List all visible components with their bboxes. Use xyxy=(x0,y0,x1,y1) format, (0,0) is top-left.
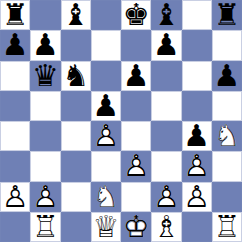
square-d5[interactable]: ♟ xyxy=(91,91,121,121)
square-c2[interactable] xyxy=(61,182,91,212)
square-h1[interactable]: ♜♖ xyxy=(212,212,242,242)
piece-white-queen: ♛♕ xyxy=(92,212,119,242)
piece-white-rook: ♜♖ xyxy=(213,212,240,242)
square-e8[interactable]: ♚ xyxy=(121,0,151,30)
piece-black-pawn: ♟ xyxy=(123,61,150,91)
piece-black-pawn: ♟ xyxy=(92,91,119,121)
square-d3[interactable] xyxy=(91,151,121,181)
square-a3[interactable] xyxy=(0,151,30,181)
piece-black-pawn: ♟ xyxy=(213,61,240,91)
square-e4[interactable] xyxy=(121,121,151,151)
square-f6[interactable] xyxy=(151,61,181,91)
square-b2[interactable]: ♟♙ xyxy=(30,182,60,212)
square-g5[interactable] xyxy=(182,91,212,121)
square-d2[interactable]: ♞♘ xyxy=(91,182,121,212)
piece-black-rook: ♜ xyxy=(213,0,240,30)
square-g4[interactable]: ♟ xyxy=(182,121,212,151)
square-f4[interactable] xyxy=(151,121,181,151)
square-c1[interactable] xyxy=(61,212,91,242)
square-b7[interactable]: ♟ xyxy=(30,30,60,60)
square-c6[interactable]: ♞ xyxy=(61,61,91,91)
piece-black-knight: ♞ xyxy=(62,61,89,91)
piece-white-pawn: ♟♙ xyxy=(183,151,210,181)
square-e7[interactable] xyxy=(121,30,151,60)
piece-white-pawn: ♟♙ xyxy=(153,182,180,212)
square-f3[interactable] xyxy=(151,151,181,181)
square-b6[interactable]: ♛ xyxy=(30,61,60,91)
piece-black-queen: ♛ xyxy=(32,61,59,91)
square-g2[interactable]: ♟♙ xyxy=(182,182,212,212)
square-a6[interactable] xyxy=(0,61,30,91)
square-e5[interactable] xyxy=(121,91,151,121)
square-f8[interactable]: ♝ xyxy=(151,0,181,30)
piece-black-pawn: ♟ xyxy=(183,121,210,151)
piece-black-rook: ♜ xyxy=(2,0,29,30)
square-e1[interactable]: ♚♔ xyxy=(121,212,151,242)
square-a4[interactable] xyxy=(0,121,30,151)
piece-white-pawn: ♟♙ xyxy=(32,182,59,212)
piece-black-bishop: ♝ xyxy=(153,0,180,30)
piece-white-pawn: ♟♙ xyxy=(92,121,119,151)
piece-black-king: ♚ xyxy=(123,0,150,30)
square-h4[interactable]: ♞♘ xyxy=(212,121,242,151)
square-c8[interactable]: ♝ xyxy=(61,0,91,30)
square-g6[interactable] xyxy=(182,61,212,91)
square-e2[interactable] xyxy=(121,182,151,212)
square-d6[interactable] xyxy=(91,61,121,91)
piece-black-pawn: ♟ xyxy=(32,30,59,60)
square-a7[interactable]: ♟ xyxy=(0,30,30,60)
piece-white-knight: ♞♘ xyxy=(92,182,119,212)
square-a2[interactable]: ♟♙ xyxy=(0,182,30,212)
square-c3[interactable] xyxy=(61,151,91,181)
square-d1[interactable]: ♛♕ xyxy=(91,212,121,242)
square-c4[interactable] xyxy=(61,121,91,151)
square-g3[interactable]: ♟♙ xyxy=(182,151,212,181)
square-h6[interactable]: ♟ xyxy=(212,61,242,91)
square-g7[interactable] xyxy=(182,30,212,60)
square-h7[interactable] xyxy=(212,30,242,60)
chess-board: ♜♝♚♝♜♟♟♟♛♞♟♟♟♟♙♟♞♘♟♙♟♙♟♙♟♙♞♘♟♙♟♙♜♖♛♕♚♔♝♗… xyxy=(0,0,242,242)
square-e6[interactable]: ♟ xyxy=(121,61,151,91)
square-c5[interactable] xyxy=(61,91,91,121)
square-d8[interactable] xyxy=(91,0,121,30)
square-h2[interactable] xyxy=(212,182,242,212)
square-c7[interactable] xyxy=(61,30,91,60)
square-f2[interactable]: ♟♙ xyxy=(151,182,181,212)
piece-white-pawn: ♟♙ xyxy=(183,182,210,212)
piece-black-pawn: ♟ xyxy=(2,30,29,60)
piece-white-bishop: ♝♗ xyxy=(153,212,180,242)
square-h3[interactable] xyxy=(212,151,242,181)
square-g1[interactable] xyxy=(182,212,212,242)
piece-black-bishop: ♝ xyxy=(62,0,89,30)
square-g8[interactable] xyxy=(182,0,212,30)
square-b5[interactable] xyxy=(30,91,60,121)
piece-white-king: ♚♔ xyxy=(123,212,150,242)
square-h5[interactable] xyxy=(212,91,242,121)
piece-white-rook: ♜♖ xyxy=(32,212,59,242)
piece-white-knight: ♞♘ xyxy=(213,121,240,151)
square-a5[interactable] xyxy=(0,91,30,121)
piece-white-pawn: ♟♙ xyxy=(2,182,29,212)
square-f1[interactable]: ♝♗ xyxy=(151,212,181,242)
square-b4[interactable] xyxy=(30,121,60,151)
square-d7[interactable] xyxy=(91,30,121,60)
square-e3[interactable]: ♟♙ xyxy=(121,151,151,181)
piece-white-pawn: ♟♙ xyxy=(123,151,150,181)
square-b3[interactable] xyxy=(30,151,60,181)
square-b1[interactable]: ♜♖ xyxy=(30,212,60,242)
square-a8[interactable]: ♜ xyxy=(0,0,30,30)
square-d4[interactable]: ♟♙ xyxy=(91,121,121,151)
square-a1[interactable] xyxy=(0,212,30,242)
square-f5[interactable] xyxy=(151,91,181,121)
square-b8[interactable] xyxy=(30,0,60,30)
square-h8[interactable]: ♜ xyxy=(212,0,242,30)
piece-black-pawn: ♟ xyxy=(153,30,180,60)
square-f7[interactable]: ♟ xyxy=(151,30,181,60)
